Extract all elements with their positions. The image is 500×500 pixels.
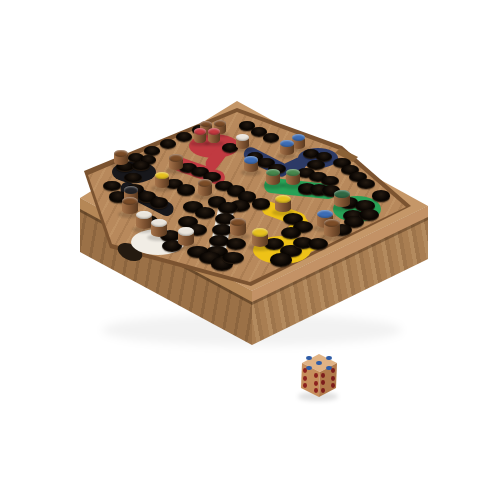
board-hole [372,190,391,201]
die-pip-right [331,368,335,373]
die-pip-top [316,361,321,365]
board-hole [270,253,292,266]
die-pip-top [306,366,311,370]
peg-brown[interactable] [324,219,340,242]
peg-cap-blue [280,140,293,147]
peg-dgreen[interactable] [334,190,349,211]
die-pip-right [321,373,325,378]
die-pip-right [331,383,335,388]
peg-brown[interactable] [230,218,246,241]
peg-blue[interactable] [280,140,293,159]
die-pip-right [321,388,325,393]
peg-brown[interactable] [114,150,128,169]
board-hole [218,202,237,214]
peg-cap-yellow [275,195,290,203]
peg-cap-dgreen [334,190,349,198]
die-pip-left [303,368,307,373]
peg-white[interactable] [178,227,195,250]
board-hole [177,184,195,195]
board-hole [195,207,214,219]
peg-yellow[interactable] [155,172,169,192]
peg-yellow[interactable] [252,228,269,251]
peg-white[interactable] [136,211,152,233]
peg-brown[interactable] [169,154,183,173]
peg-blue[interactable] [292,134,305,152]
board-hole [263,133,279,143]
peg-red[interactable] [208,128,221,146]
die-pip-left [314,388,318,393]
wooden-ludo-box-photo [0,0,500,500]
board-hole [150,197,169,208]
peg-brown[interactable] [198,179,213,200]
board-hole [132,161,149,171]
peg-cap-brown [169,154,183,161]
peg-white[interactable] [151,219,167,242]
die-pip-left [303,376,307,381]
peg-cap-brown [114,150,128,157]
die-pip-right [321,380,325,385]
peg-blue[interactable] [244,156,258,175]
peg-white[interactable] [236,134,249,152]
peg-cap-brown [122,197,137,205]
peg-yellow[interactable] [275,195,290,216]
peg-cap-blue [244,156,258,163]
peg-cap-brown [214,120,226,127]
board-hole [252,198,271,209]
board-hole [160,139,176,149]
die-pip-right [331,376,335,381]
board-hole [222,252,243,265]
board-hole [176,132,192,142]
peg-green[interactable] [266,169,280,189]
die-pip-top [326,356,331,360]
die-pip-left [303,383,307,388]
die-pip-top [306,356,311,360]
die-pip-left [314,381,318,386]
die-pip-left [314,373,318,378]
peg-green[interactable] [286,169,300,189]
